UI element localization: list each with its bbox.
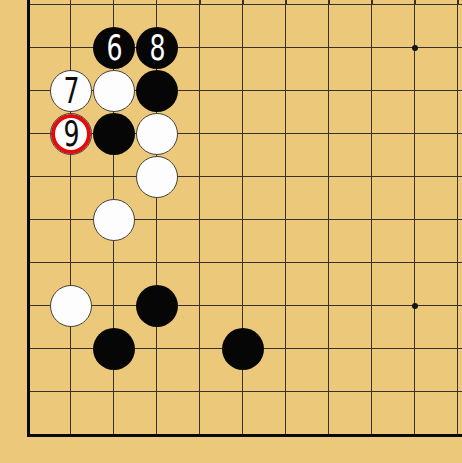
grid-cell [328, 47, 371, 90]
grid-cell [242, 4, 285, 47]
grid-cell [328, 133, 371, 176]
grid-cell [285, 348, 328, 391]
grid-cell [27, 4, 70, 47]
grid-cell [199, 4, 242, 47]
grid-cell [371, 4, 414, 47]
grid-cell [27, 219, 70, 262]
grid-cell [457, 176, 462, 219]
stone-white-D8[interactable] [136, 113, 178, 155]
grid-cell [414, 176, 457, 219]
grid-cell [457, 133, 462, 176]
grid-cell [242, 219, 285, 262]
grid-cell [457, 219, 462, 262]
grid-cell [414, 133, 457, 176]
stone-white-C6[interactable] [93, 199, 135, 241]
grid-cell [457, 262, 462, 305]
grid-cell [242, 262, 285, 305]
grid-cell [328, 176, 371, 219]
move-number-label: 6 [106, 30, 122, 66]
grid-cell [414, 305, 457, 348]
move-number-label: 9 [63, 116, 79, 152]
grid-cell [457, 348, 462, 391]
grid-cell [414, 90, 457, 133]
grid-cell [199, 90, 242, 133]
grid-cell [199, 133, 242, 176]
grid-cell [156, 391, 199, 434]
grid-cell [371, 348, 414, 391]
star-point-K10 [412, 45, 418, 51]
grid-cell [199, 262, 242, 305]
stone-white-D7[interactable] [136, 156, 178, 198]
grid-cell [457, 391, 462, 434]
grid-cell [328, 219, 371, 262]
stone-white-B4[interactable] [50, 285, 92, 327]
grid-cell [371, 305, 414, 348]
grid-cell [285, 262, 328, 305]
stone-white-B8[interactable]: 9 [50, 113, 92, 155]
stone-black-C3[interactable] [93, 328, 135, 370]
grid-cell [199, 391, 242, 434]
stone-black-C8[interactable] [93, 113, 135, 155]
grid-cell [328, 4, 371, 47]
grid-cell [457, 90, 462, 133]
grid-cell [285, 133, 328, 176]
stone-black-D10[interactable]: 8 [136, 27, 178, 69]
grid-cell [371, 176, 414, 219]
grid-cell [70, 391, 113, 434]
grid-cell [285, 47, 328, 90]
move-number-label: 7 [63, 73, 79, 109]
board-left-edge [27, 0, 30, 437]
grid-cell [414, 4, 457, 47]
stone-black-D9[interactable] [136, 70, 178, 112]
grid-cell [328, 391, 371, 434]
grid-cell [113, 391, 156, 434]
grid-cell [414, 47, 457, 90]
grid-cell [156, 219, 199, 262]
grid-cell [371, 262, 414, 305]
move-number-label: 8 [149, 30, 165, 66]
board-bottom-edge [27, 434, 462, 437]
star-point-K4 [412, 303, 418, 309]
grid-cell [242, 90, 285, 133]
grid-cell [242, 133, 285, 176]
grid-cell [457, 47, 462, 90]
stone-black-F3[interactable] [222, 328, 264, 370]
grid-cell [242, 176, 285, 219]
grid-cell [156, 348, 199, 391]
grid-cell [199, 176, 242, 219]
grid-cell [328, 262, 371, 305]
grid-cell [371, 219, 414, 262]
grid-cell [414, 262, 457, 305]
grid-cell [371, 47, 414, 90]
grid-cell [199, 47, 242, 90]
grid-cell [457, 305, 462, 348]
grid-cell [414, 348, 457, 391]
grid-cell [328, 90, 371, 133]
grid-cell [27, 391, 70, 434]
grid-cell [285, 4, 328, 47]
grid-cell [285, 90, 328, 133]
grid-cell [371, 133, 414, 176]
grid-cell [199, 219, 242, 262]
grid-cell [457, 4, 462, 47]
grid-cell [285, 305, 328, 348]
grid-cell [242, 47, 285, 90]
grid-cell [27, 348, 70, 391]
stone-white-B9[interactable]: 7 [50, 70, 92, 112]
grid-cell [285, 391, 328, 434]
grid-cell [27, 176, 70, 219]
grid-cell [371, 391, 414, 434]
stone-black-D4[interactable] [136, 285, 178, 327]
stone-white-C9[interactable] [93, 70, 135, 112]
grid-cell [414, 219, 457, 262]
grid-cell [242, 391, 285, 434]
grid-cell [414, 391, 457, 434]
grid-cell [371, 90, 414, 133]
grid-cell [328, 348, 371, 391]
go-board[interactable]: 6879 [0, 0, 462, 463]
grid-cell [328, 305, 371, 348]
stone-black-C10[interactable]: 6 [93, 27, 135, 69]
grid-cell [285, 176, 328, 219]
grid-cell [285, 219, 328, 262]
